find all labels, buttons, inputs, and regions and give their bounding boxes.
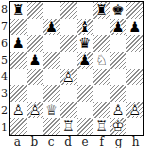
piece-bK-g8: ♚♚	[110, 2, 127, 19]
square-c8	[43, 2, 60, 19]
piece-glyph: ♙	[60, 69, 77, 86]
square-c5	[43, 52, 60, 69]
square-a7	[10, 19, 27, 36]
file-label-f: f	[93, 136, 110, 148]
piece-fill: ♚	[110, 2, 127, 19]
square-g4	[110, 69, 127, 86]
piece-glyph: ♚	[110, 2, 127, 19]
piece-fill: ♟	[10, 102, 27, 119]
square-b2: ♟♙	[27, 102, 44, 119]
piece-glyph: ♟	[43, 19, 60, 36]
piece-glyph: ♜	[93, 2, 110, 19]
square-d6	[60, 35, 77, 52]
piece-bP-h7: ♟♟	[126, 19, 143, 36]
rank-label-3: 3	[0, 85, 9, 102]
piece-glyph: ♟	[126, 19, 143, 36]
piece-glyph: ♟	[10, 35, 27, 52]
piece-wP-h2: ♟♙	[126, 102, 143, 119]
piece-glyph: ♛	[77, 35, 94, 52]
square-b6	[27, 35, 44, 52]
square-h6	[126, 35, 143, 52]
piece-fill: ♜	[93, 2, 110, 19]
piece-glyph: ♙	[27, 102, 44, 119]
piece-fill: ♟	[110, 19, 127, 36]
piece-glyph: ♙	[126, 102, 143, 119]
piece-wN-f5: ♞♘	[93, 52, 110, 69]
square-b4	[27, 69, 44, 86]
square-h5	[126, 52, 143, 69]
file-labels: abcdefgh	[9, 136, 144, 148]
square-g2: ♟♙	[110, 102, 127, 119]
file-label-a: a	[9, 136, 26, 148]
square-b8	[27, 2, 44, 19]
square-d3	[60, 85, 77, 102]
square-a8: ♜♜	[10, 2, 27, 19]
piece-bR-a8: ♜♜	[10, 2, 27, 19]
piece-glyph: ♝	[77, 19, 94, 36]
square-h4	[126, 69, 143, 86]
piece-fill: ♟	[10, 35, 27, 52]
piece-wP-b2: ♟♙	[27, 102, 44, 119]
square-e8	[77, 2, 94, 19]
piece-wR-d1: ♜♖	[60, 118, 77, 135]
square-f7	[93, 19, 110, 36]
rank-label-6: 6	[0, 35, 9, 52]
square-a3	[10, 85, 27, 102]
piece-wP-a2: ♟♙	[10, 102, 27, 119]
square-d7	[60, 19, 77, 36]
piece-fill: ♟	[60, 69, 77, 86]
square-c7: ♟♟	[43, 19, 60, 36]
piece-fill: ♟	[27, 102, 44, 119]
square-g1: ♚♔	[110, 118, 127, 135]
piece-glyph: ♜	[10, 2, 27, 19]
piece-bP-a6: ♟♟	[10, 35, 27, 52]
file-label-e: e	[77, 136, 94, 148]
square-h3	[126, 85, 143, 102]
file-label-c: c	[43, 136, 60, 148]
piece-bR-f8: ♜♜	[93, 2, 110, 19]
piece-bP-e5: ♟♟	[77, 52, 94, 69]
square-d1: ♜♖	[60, 118, 77, 135]
piece-glyph: ♟	[110, 19, 127, 36]
square-h1	[126, 118, 143, 135]
square-g7: ♟♟	[110, 19, 127, 36]
square-g6	[110, 35, 127, 52]
rank-label-4: 4	[0, 69, 9, 86]
piece-bB-e7: ♝♝	[77, 19, 94, 36]
piece-glyph: ♖	[60, 118, 77, 135]
piece-wK-g1: ♚♔	[110, 118, 127, 135]
piece-fill: ♟	[126, 19, 143, 36]
piece-bP-b5: ♟♟	[27, 52, 44, 69]
piece-glyph: ♔	[110, 118, 127, 135]
piece-glyph: ♟	[77, 52, 94, 69]
square-b5: ♟♟	[27, 52, 44, 69]
file-label-g: g	[110, 136, 127, 148]
piece-fill: ♝	[77, 19, 94, 36]
chess-board: ♜♜♜♜♚♚♟♟♝♝♟♟♟♟♟♟♛♛♟♟♟♟♞♘♟♙♟♙♟♙♛♕♟♙♟♙♜♖♜♖…	[9, 1, 144, 136]
square-f6	[93, 35, 110, 52]
rank-label-8: 8	[0, 1, 9, 18]
rank-label-2: 2	[0, 102, 9, 119]
chess-diagram: 87654321 ♜♜♜♜♚♚♟♟♝♝♟♟♟♟♟♟♛♛♟♟♟♟♞♘♟♙♟♙♟♙♛…	[0, 0, 145, 148]
square-e6: ♛♛	[77, 35, 94, 52]
piece-fill: ♟	[126, 102, 143, 119]
piece-fill: ♜	[10, 2, 27, 19]
piece-wQ-c2: ♛♕	[43, 102, 60, 119]
piece-wP-d4: ♟♙	[60, 69, 77, 86]
square-c2: ♛♕	[43, 102, 60, 119]
square-f8: ♜♜	[93, 2, 110, 19]
square-h8	[126, 2, 143, 19]
piece-bP-c7: ♟♟	[43, 19, 60, 36]
square-f1: ♜♖	[93, 118, 110, 135]
piece-fill: ♞	[93, 52, 110, 69]
square-c1	[43, 118, 60, 135]
rank-label-7: 7	[0, 18, 9, 35]
rank-label-5: 5	[0, 52, 9, 69]
square-b7	[27, 19, 44, 36]
square-f2	[93, 102, 110, 119]
file-label-h: h	[127, 136, 144, 148]
square-d4: ♟♙	[60, 69, 77, 86]
file-label-b: b	[26, 136, 43, 148]
piece-glyph: ♙	[10, 102, 27, 119]
piece-fill: ♟	[43, 19, 60, 36]
piece-fill: ♜	[60, 118, 77, 135]
square-d5	[60, 52, 77, 69]
square-e4	[77, 69, 94, 86]
piece-fill: ♟	[27, 52, 44, 69]
square-g5	[110, 52, 127, 69]
square-f4	[93, 69, 110, 86]
square-b3	[27, 85, 44, 102]
square-c4	[43, 69, 60, 86]
square-b1	[27, 118, 44, 135]
piece-glyph: ♟	[27, 52, 44, 69]
piece-fill: ♟	[110, 102, 127, 119]
piece-glyph: ♙	[110, 102, 127, 119]
square-e2	[77, 102, 94, 119]
piece-fill: ♛	[77, 35, 94, 52]
square-a2: ♟♙	[10, 102, 27, 119]
square-e5: ♟♟	[77, 52, 94, 69]
piece-glyph: ♕	[43, 102, 60, 119]
square-c6	[43, 35, 60, 52]
square-d2	[60, 102, 77, 119]
piece-wR-f1: ♜♖	[93, 118, 110, 135]
square-a6: ♟♟	[10, 35, 27, 52]
rank-labels: 87654321	[0, 1, 9, 136]
square-d8	[60, 2, 77, 19]
piece-fill: ♟	[77, 52, 94, 69]
square-a4	[10, 69, 27, 86]
rank-label-1: 1	[0, 119, 9, 136]
square-f5: ♞♘	[93, 52, 110, 69]
square-e7: ♝♝	[77, 19, 94, 36]
square-c3	[43, 85, 60, 102]
piece-fill: ♛	[43, 102, 60, 119]
file-label-d: d	[60, 136, 77, 148]
square-e1	[77, 118, 94, 135]
square-f3	[93, 85, 110, 102]
square-h2: ♟♙	[126, 102, 143, 119]
square-g8: ♚♚	[110, 2, 127, 19]
square-g3	[110, 85, 127, 102]
piece-glyph: ♖	[93, 118, 110, 135]
square-e3	[77, 85, 94, 102]
square-h7: ♟♟	[126, 19, 143, 36]
piece-glyph: ♘	[93, 52, 110, 69]
piece-wP-g2: ♟♙	[110, 102, 127, 119]
piece-bP-g7: ♟♟	[110, 19, 127, 36]
square-a1	[10, 118, 27, 135]
piece-fill: ♚	[110, 118, 127, 135]
piece-bQ-e6: ♛♛	[77, 35, 94, 52]
piece-fill: ♜	[93, 118, 110, 135]
square-a5	[10, 52, 27, 69]
